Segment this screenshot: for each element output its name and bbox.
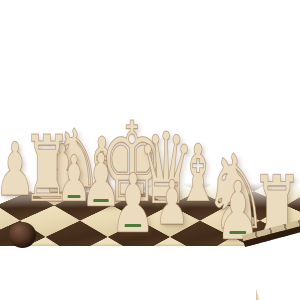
felt-base	[93, 199, 108, 202]
felt-base	[124, 224, 141, 227]
pawn-glyph: ♟	[110, 163, 156, 245]
pawn-glyph: ♟	[155, 172, 189, 233]
felt-base	[67, 195, 80, 198]
felt-base	[230, 231, 247, 234]
piece-white-pawn[interactable]: ♟	[110, 163, 156, 245]
white-sweep-left	[0, 246, 256, 300]
photo-frame: ♟♜♟♞♟♝♟♚♟♛♟♝♞♟♜	[0, 0, 300, 300]
piece-white-pawn[interactable]: ♟	[155, 172, 189, 233]
piece-black-pawn-partial[interactable]	[9, 222, 36, 248]
